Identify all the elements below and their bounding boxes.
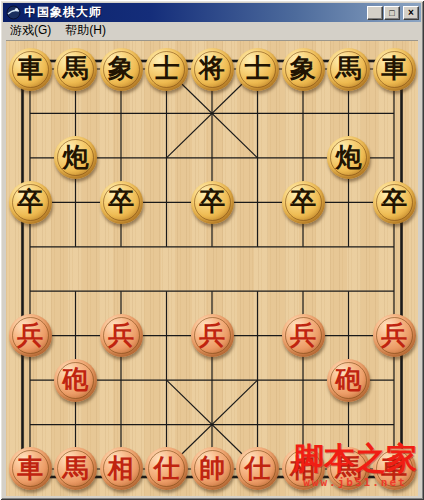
- title-bar[interactable]: 中国象棋大师 _ □ ×: [3, 3, 421, 22]
- piece-character: 卒: [17, 188, 43, 214]
- piece-character: 兵: [381, 322, 407, 348]
- piece-character: 士: [154, 55, 180, 81]
- piece-character: 将: [199, 55, 225, 81]
- piece-character: 仕: [245, 455, 271, 481]
- piece-character: 馬: [336, 455, 362, 481]
- piece-character: 帥: [199, 455, 225, 481]
- piece-character: 仕: [154, 455, 180, 481]
- piece-character: 卒: [199, 188, 225, 214]
- piece-black-cannon-left[interactable]: 炮: [54, 136, 97, 179]
- menu-help[interactable]: 帮助(H): [58, 21, 113, 40]
- piece-red-soldier-2[interactable]: 兵: [100, 314, 143, 357]
- window-controls: _ □ ×: [366, 6, 419, 20]
- piece-black-soldier-2[interactable]: 卒: [100, 181, 143, 224]
- piece-red-soldier-1[interactable]: 兵: [9, 314, 52, 357]
- piece-black-general[interactable]: 将: [191, 48, 234, 91]
- piece-character: 馬: [63, 455, 89, 481]
- piece-character: 兵: [290, 322, 316, 348]
- xiangqi-board[interactable]: 車馬象士将士象馬車炮炮卒卒卒卒卒兵兵兵兵兵砲砲車馬相仕帥仕相馬車 脚本之家 ww…: [6, 40, 418, 496]
- menu-bar: 游戏(G) 帮助(H): [3, 22, 421, 39]
- piece-character: 炮: [336, 144, 362, 170]
- piece-character: 砲: [336, 366, 362, 392]
- piece-red-horse-right[interactable]: 馬: [327, 447, 370, 490]
- pieces-layer: 車馬象士将士象馬車炮炮卒卒卒卒卒兵兵兵兵兵砲砲車馬相仕帥仕相馬車: [6, 41, 418, 496]
- window-title: 中国象棋大师: [24, 4, 366, 21]
- piece-character: 卒: [108, 188, 134, 214]
- piece-red-chariot-right[interactable]: 車: [373, 447, 416, 490]
- piece-black-horse-right[interactable]: 馬: [327, 48, 370, 91]
- piece-character: 象: [108, 55, 134, 81]
- piece-character: 炮: [63, 144, 89, 170]
- piece-red-soldier-4[interactable]: 兵: [282, 314, 325, 357]
- piece-black-advisor-right[interactable]: 士: [236, 48, 279, 91]
- piece-black-horse-left[interactable]: 馬: [54, 48, 97, 91]
- piece-red-advisor-right[interactable]: 仕: [236, 447, 279, 490]
- piece-character: 相: [290, 455, 316, 481]
- piece-character: 卒: [290, 188, 316, 214]
- app-icon: [6, 5, 21, 20]
- piece-black-soldier-3[interactable]: 卒: [191, 181, 234, 224]
- piece-character: 象: [290, 55, 316, 81]
- piece-character: 相: [108, 455, 134, 481]
- piece-black-soldier-4[interactable]: 卒: [282, 181, 325, 224]
- piece-character: 砲: [63, 366, 89, 392]
- minimize-button[interactable]: _: [367, 6, 383, 20]
- piece-red-chariot-left[interactable]: 車: [9, 447, 52, 490]
- piece-black-elephant-left[interactable]: 象: [100, 48, 143, 91]
- piece-red-soldier-3[interactable]: 兵: [191, 314, 234, 357]
- piece-red-advisor-left[interactable]: 仕: [145, 447, 188, 490]
- piece-character: 兵: [108, 322, 134, 348]
- piece-character: 卒: [381, 188, 407, 214]
- piece-character: 士: [245, 55, 271, 81]
- piece-black-elephant-right[interactable]: 象: [282, 48, 325, 91]
- piece-character: 車: [381, 455, 407, 481]
- piece-character: 兵: [199, 322, 225, 348]
- piece-black-soldier-5[interactable]: 卒: [373, 181, 416, 224]
- piece-red-cannon-right[interactable]: 砲: [327, 359, 370, 402]
- piece-character: 馬: [63, 55, 89, 81]
- menu-game[interactable]: 游戏(G): [3, 21, 58, 40]
- piece-red-elephant-right[interactable]: 相: [282, 447, 325, 490]
- piece-black-advisor-left[interactable]: 士: [145, 48, 188, 91]
- piece-black-chariot-right[interactable]: 車: [373, 48, 416, 91]
- piece-character: 兵: [17, 322, 43, 348]
- maximize-button[interactable]: □: [384, 6, 400, 20]
- piece-red-horse-left[interactable]: 馬: [54, 447, 97, 490]
- piece-red-general[interactable]: 帥: [191, 447, 234, 490]
- piece-black-cannon-right[interactable]: 炮: [327, 136, 370, 179]
- piece-character: 車: [17, 55, 43, 81]
- piece-character: 車: [381, 55, 407, 81]
- piece-character: 馬: [336, 55, 362, 81]
- piece-character: 車: [17, 455, 43, 481]
- piece-red-elephant-left[interactable]: 相: [100, 447, 143, 490]
- piece-red-soldier-5[interactable]: 兵: [373, 314, 416, 357]
- piece-red-cannon-left[interactable]: 砲: [54, 359, 97, 402]
- piece-black-soldier-1[interactable]: 卒: [9, 181, 52, 224]
- close-button[interactable]: ×: [403, 6, 419, 20]
- piece-black-chariot-left[interactable]: 車: [9, 48, 52, 91]
- app-window: 中国象棋大师 _ □ × 游戏(G) 帮助(H) 車馬象士将士象馬車炮炮卒卒卒卒…: [0, 0, 424, 500]
